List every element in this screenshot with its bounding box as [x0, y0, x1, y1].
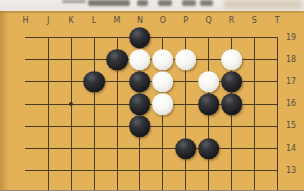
grid-line-v: [71, 38, 72, 191]
stone-white: [152, 49, 174, 71]
grid-line-h: [25, 126, 279, 127]
column-label: S: [252, 17, 257, 25]
stone-black: [129, 93, 151, 115]
column-label: Q: [205, 17, 211, 25]
row-label: 13: [286, 167, 296, 175]
cropped-text-smudge: [62, 0, 86, 3]
column-label: M: [114, 17, 121, 25]
column-label: T: [275, 17, 280, 25]
column-label: K: [69, 17, 74, 25]
column-label: H: [22, 17, 28, 25]
stone-black: [175, 138, 197, 160]
grid-line-v: [94, 38, 95, 191]
row-label: 18: [286, 56, 296, 64]
row-label: 16: [286, 100, 296, 108]
stone-white: [221, 49, 243, 71]
cropped-content-smudge: [224, 0, 302, 9]
row-label: 15: [286, 122, 296, 130]
column-label: L: [92, 17, 96, 25]
cropped-text-smudge: [200, 0, 213, 6]
stone-black: [198, 138, 220, 160]
cropped-text-smudge: [137, 0, 148, 6]
stone-white: [152, 71, 174, 93]
grid-line-h: [25, 37, 279, 38]
row-label: 14: [286, 145, 296, 153]
stone-white: [198, 71, 220, 93]
screenshot-root: HJKLMNOPQRST19181716151413: [0, 0, 304, 190]
column-label: P: [183, 17, 188, 25]
cropped-text-smudge: [88, 0, 130, 6]
column-label: N: [137, 17, 143, 25]
stone-black: [129, 116, 151, 138]
stone-white: [152, 93, 174, 115]
cropped-top-strip: [0, 0, 304, 11]
column-label: J: [47, 17, 49, 25]
stone-black: [221, 71, 243, 93]
stone-black: [221, 93, 243, 115]
grid-line-h: [25, 148, 279, 149]
row-label: 19: [286, 34, 296, 42]
stone-black: [129, 71, 151, 93]
row-label: 17: [286, 78, 296, 86]
grid-line-h: [25, 170, 279, 171]
column-label: O: [160, 17, 166, 25]
column-label: R: [229, 17, 235, 25]
stone-black: [198, 93, 220, 115]
stone-black: [106, 49, 128, 71]
grid-line-v: [254, 38, 255, 191]
grid-line-v: [277, 38, 278, 191]
stone-white: [175, 49, 197, 71]
stone-black: [129, 27, 151, 49]
cropped-text-smudge: [182, 0, 196, 6]
stone-black: [83, 71, 105, 93]
cropped-text-smudge: [158, 0, 172, 6]
board-left-shadow: [0, 11, 9, 190]
stone-white: [129, 49, 151, 71]
grid-line-v: [48, 38, 49, 191]
